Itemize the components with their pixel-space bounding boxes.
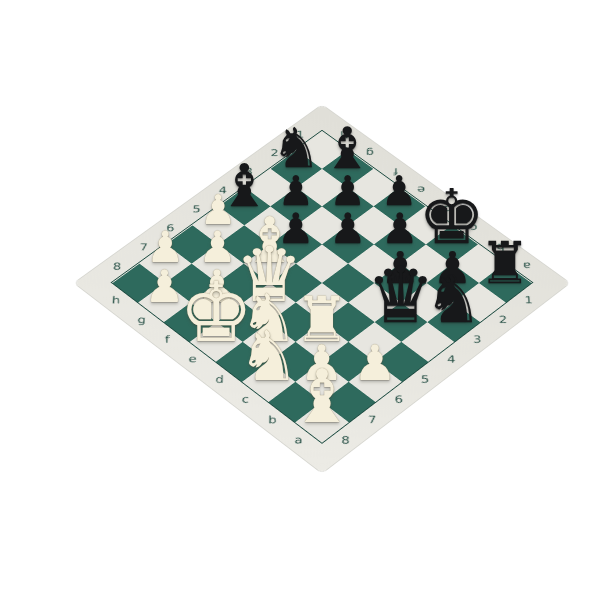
piece-black-rook-a1: ♜ (479, 233, 531, 291)
piece-white-bishop-a8: ♝ (289, 359, 355, 433)
piece-white-pawn-a6: ♟ (353, 340, 397, 389)
piece-black-pawn-e3: ♟ (329, 208, 367, 250)
piece-black-knight-a3: ♞ (424, 266, 482, 331)
product-photo-stage: abcdefgh8877665544332211abcdefgh ♚♛♜♝♝♞♞… (0, 0, 600, 600)
